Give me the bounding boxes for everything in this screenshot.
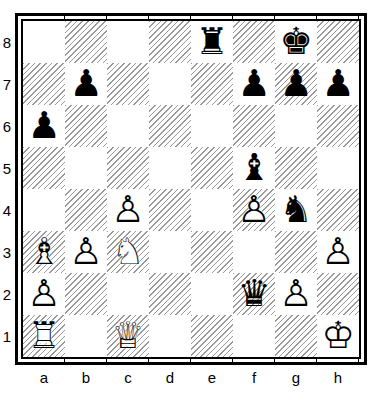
square-h3: ♟♙ (317, 231, 359, 273)
bottom-border-ticks (23, 359, 359, 362)
chess-board: ♜♚♟♟♟♟♟♝♟♙♟♙♞♝♗♟♙♞♘♟♙♟♙♛♟♙♜♖♛♕♚♔ (23, 21, 359, 357)
square-b8 (65, 21, 107, 63)
rank-label-7: 7 (0, 63, 14, 105)
square-h5 (317, 147, 359, 189)
square-a3: ♝♗ (23, 231, 65, 273)
board-frame: ♜♚♟♟♟♟♟♝♟♙♟♙♞♝♗♟♙♞♘♟♙♟♙♛♟♙♜♖♛♕♚♔ (15, 13, 367, 365)
file-labels: abcdefgh (23, 367, 359, 387)
square-d1 (149, 315, 191, 357)
square-g7: ♟ (275, 63, 317, 105)
square-e4 (191, 189, 233, 231)
square-g3 (275, 231, 317, 273)
black-pawn-h7: ♟ (317, 63, 359, 105)
white-pawn-c4: ♙ (107, 189, 149, 231)
white-queen-c1: ♕ (107, 315, 149, 357)
white-rook-a1: ♖ (23, 315, 65, 357)
rank-label-6: 6 (0, 105, 14, 147)
square-f2: ♛ (233, 273, 275, 315)
square-d8 (149, 21, 191, 63)
white-pawn-g2: ♙ (275, 273, 317, 315)
square-c6 (107, 105, 149, 147)
square-b6 (65, 105, 107, 147)
white-pawn-h3: ♙ (317, 231, 359, 273)
rank-labels: 87654321 (0, 21, 14, 357)
square-e3 (191, 231, 233, 273)
rank-label-4: 4 (0, 189, 14, 231)
file-label-b: b (65, 367, 107, 387)
square-a7 (23, 63, 65, 105)
square-c3: ♞♘ (107, 231, 149, 273)
square-h2 (317, 273, 359, 315)
white-knight-c3: ♘ (107, 231, 149, 273)
black-pawn-g7: ♟ (275, 63, 317, 105)
square-h7: ♟ (317, 63, 359, 105)
square-c7 (107, 63, 149, 105)
square-a4 (23, 189, 65, 231)
square-h8 (317, 21, 359, 63)
square-d7 (149, 63, 191, 105)
square-e5 (191, 147, 233, 189)
square-g2: ♟♙ (275, 273, 317, 315)
file-label-f: f (233, 367, 275, 387)
white-pawn-a2: ♙ (23, 273, 65, 315)
square-f7: ♟ (233, 63, 275, 105)
square-e8: ♜ (191, 21, 233, 63)
black-queen-f2: ♛ (233, 273, 275, 315)
square-d4 (149, 189, 191, 231)
square-f1 (233, 315, 275, 357)
file-label-d: d (149, 367, 191, 387)
square-c1: ♛♕ (107, 315, 149, 357)
square-c2 (107, 273, 149, 315)
square-h4 (317, 189, 359, 231)
square-f5: ♝ (233, 147, 275, 189)
square-e6 (191, 105, 233, 147)
white-pawn-f4: ♙ (233, 189, 275, 231)
file-label-h: h (317, 367, 359, 387)
square-g8: ♚ (275, 21, 317, 63)
black-pawn-b7: ♟ (65, 63, 107, 105)
square-d3 (149, 231, 191, 273)
black-king-g8: ♚ (275, 21, 317, 63)
square-f4: ♟♙ (233, 189, 275, 231)
rank-label-2: 2 (0, 273, 14, 315)
square-a5 (23, 147, 65, 189)
square-a6: ♟ (23, 105, 65, 147)
file-label-g: g (275, 367, 317, 387)
square-e1 (191, 315, 233, 357)
square-c4: ♟♙ (107, 189, 149, 231)
rank-label-8: 8 (0, 21, 14, 63)
square-d5 (149, 147, 191, 189)
square-b2 (65, 273, 107, 315)
square-h6 (317, 105, 359, 147)
square-b7: ♟ (65, 63, 107, 105)
square-f6 (233, 105, 275, 147)
file-label-e: e (191, 367, 233, 387)
square-e7 (191, 63, 233, 105)
file-label-c: c (107, 367, 149, 387)
square-b4 (65, 189, 107, 231)
black-pawn-a6: ♟ (23, 105, 65, 147)
square-a8 (23, 21, 65, 63)
square-b1 (65, 315, 107, 357)
white-bishop-a3: ♗ (23, 231, 65, 273)
square-e2 (191, 273, 233, 315)
black-knight-g4: ♞ (275, 189, 317, 231)
black-rook-e8: ♜ (191, 21, 233, 63)
square-b5 (65, 147, 107, 189)
square-c5 (107, 147, 149, 189)
square-g6 (275, 105, 317, 147)
black-pawn-f7: ♟ (233, 63, 275, 105)
square-g5 (275, 147, 317, 189)
square-f3 (233, 231, 275, 273)
file-label-a: a (23, 367, 65, 387)
square-a2: ♟♙ (23, 273, 65, 315)
square-d2 (149, 273, 191, 315)
rank-label-5: 5 (0, 147, 14, 189)
top-border-ticks (23, 16, 359, 19)
black-bishop-f5: ♝ (233, 147, 275, 189)
white-pawn-b3: ♙ (65, 231, 107, 273)
square-b3: ♟♙ (65, 231, 107, 273)
chess-diagram: 87654321 ♜♚♟♟♟♟♟♝♟♙♟♙♞♝♗♟♙♞♘♟♙♟♙♛♟♙♜♖♛♕♚… (0, 0, 387, 394)
rank-label-3: 3 (0, 231, 14, 273)
rank-label-1: 1 (0, 315, 14, 357)
square-a1: ♜♖ (23, 315, 65, 357)
white-king-h1: ♔ (317, 315, 359, 357)
square-g1 (275, 315, 317, 357)
square-d6 (149, 105, 191, 147)
board-inner-border: ♜♚♟♟♟♟♟♝♟♙♟♙♞♝♗♟♙♞♘♟♙♟♙♛♟♙♜♖♛♕♚♔ (21, 19, 361, 359)
square-c8 (107, 21, 149, 63)
square-f8 (233, 21, 275, 63)
square-h1: ♚♔ (317, 315, 359, 357)
square-g4: ♞ (275, 189, 317, 231)
